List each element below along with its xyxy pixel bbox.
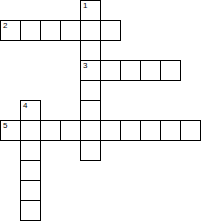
crossword-cell[interactable]: 5 [0,120,21,141]
clue-number: 3 [83,61,87,70]
crossword-cell[interactable] [160,120,181,141]
crossword-cell[interactable] [20,120,41,141]
crossword-cell[interactable] [60,20,81,41]
crossword-cell[interactable] [80,40,101,61]
crossword-cell[interactable] [20,160,41,181]
crossword-cell[interactable] [120,120,141,141]
crossword-cell[interactable] [20,140,41,161]
crossword-cell[interactable] [80,140,101,161]
crossword-cell[interactable] [180,120,201,141]
crossword-cell[interactable] [20,200,41,221]
crossword-cell[interactable] [80,80,101,101]
crossword-cell[interactable]: 3 [80,60,101,81]
crossword-cell[interactable] [40,120,61,141]
crossword-cell[interactable] [60,120,81,141]
clue-number: 2 [3,21,7,30]
crossword-cell[interactable] [140,120,161,141]
crossword-cell[interactable] [160,60,181,81]
crossword-cell[interactable] [20,180,41,201]
crossword-grid: 12345 [0,0,201,221]
crossword-cell[interactable]: 2 [0,20,21,41]
crossword-cell[interactable] [140,60,161,81]
crossword-cell[interactable] [100,60,121,81]
crossword-cell[interactable] [100,20,121,41]
crossword-cell[interactable] [120,60,141,81]
crossword-cell[interactable] [80,120,101,141]
crossword-cell[interactable] [80,100,101,121]
clue-number: 5 [3,121,7,130]
crossword-cell[interactable]: 1 [80,0,101,21]
crossword-cell[interactable] [100,120,121,141]
crossword-cell[interactable]: 4 [20,100,41,121]
clue-number: 1 [83,1,87,10]
crossword-cell[interactable] [80,20,101,41]
clue-number: 4 [23,101,27,110]
crossword-cell[interactable] [40,20,61,41]
crossword-cell[interactable] [20,20,41,41]
